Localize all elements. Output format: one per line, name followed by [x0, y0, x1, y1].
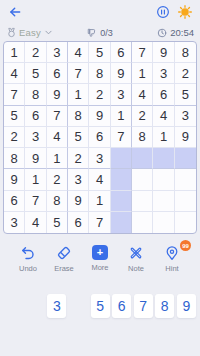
- plus-icon: +: [92, 245, 108, 260]
- sudoku-cell-r5c1[interactable]: 2: [4, 127, 25, 148]
- sudoku-cell-r4c4[interactable]: 8: [68, 106, 89, 127]
- sudoku-app-screen: 0/3 Easy 20:54 1234567984567891327891234…: [0, 0, 200, 356]
- chevron-down-icon: [44, 28, 53, 37]
- sudoku-cell-r4c5[interactable]: 9: [89, 106, 110, 127]
- sudoku-cell-r1c5[interactable]: 5: [89, 42, 110, 63]
- sudoku-cell-r6c6[interactable]: [111, 148, 132, 169]
- sudoku-cell-r2c8[interactable]: 3: [153, 63, 174, 84]
- sudoku-cell-r7c2[interactable]: 1: [25, 169, 46, 190]
- eraser-icon: [56, 245, 72, 261]
- sudoku-cell-r9c8[interactable]: [153, 212, 174, 233]
- numpad-digit-5[interactable]: 5: [91, 294, 110, 318]
- sudoku-cell-r3c6[interactable]: 3: [111, 84, 132, 105]
- note-button[interactable]: Note: [120, 243, 152, 275]
- sudoku-cell-r6c2[interactable]: 9: [25, 148, 46, 169]
- sudoku-cell-r7c6[interactable]: [111, 169, 132, 190]
- sudoku-cell-r1c4[interactable]: 4: [68, 42, 89, 63]
- sudoku-cell-r7c3[interactable]: 2: [47, 169, 68, 190]
- medal-icon: [6, 27, 17, 38]
- sudoku-cell-r4c2[interactable]: 6: [25, 106, 46, 127]
- sudoku-cell-r5c3[interactable]: 4: [47, 127, 68, 148]
- sudoku-cell-r1c8[interactable]: 9: [153, 42, 174, 63]
- sudoku-cell-r5c6[interactable]: 7: [111, 127, 132, 148]
- sudoku-cell-r3c7[interactable]: 4: [132, 84, 153, 105]
- sudoku-cell-r2c6[interactable]: 9: [111, 63, 132, 84]
- sudoku-cell-r4c8[interactable]: 4: [153, 106, 174, 127]
- numpad-slot-8: 8: [154, 293, 176, 319]
- sudoku-cell-r9c3[interactable]: 5: [47, 212, 68, 233]
- difficulty-selector[interactable]: Easy: [6, 24, 53, 41]
- sudoku-cell-r1c7[interactable]: 7: [132, 42, 153, 63]
- pause-button[interactable]: [156, 5, 170, 19]
- sudoku-cell-r4c3[interactable]: 7: [47, 106, 68, 127]
- numpad-slot-3: 3: [46, 293, 68, 319]
- top-nav-bar: [0, 0, 200, 24]
- numpad-slot-5: 5: [89, 293, 111, 319]
- sudoku-cell-r6c1[interactable]: 8: [4, 148, 25, 169]
- undo-button[interactable]: Undo: [12, 243, 44, 275]
- sudoku-cell-r8c6[interactable]: [111, 191, 132, 212]
- hint-button[interactable]: 99 Hint: [156, 243, 188, 275]
- sudoku-cell-r9c5[interactable]: 7: [89, 212, 110, 233]
- sudoku-cell-r6c8[interactable]: [153, 148, 174, 169]
- sudoku-cell-r8c9[interactable]: [175, 191, 196, 212]
- sudoku-cell-r9c2[interactable]: 4: [25, 212, 46, 233]
- sudoku-cell-r6c3[interactable]: 1: [47, 148, 68, 169]
- numpad-slot-9: 9: [176, 293, 198, 319]
- sudoku-cell-r8c5[interactable]: 1: [89, 191, 110, 212]
- sudoku-cell-r4c7[interactable]: 2: [132, 106, 153, 127]
- hint-count-badge: 99: [180, 240, 191, 251]
- numpad: 356789: [3, 293, 197, 319]
- sudoku-cell-r2c7[interactable]: 1: [132, 63, 153, 84]
- sudoku-cell-r4c6[interactable]: 1: [111, 106, 132, 127]
- hint-label: Hint: [165, 264, 178, 273]
- sudoku-cell-r3c1[interactable]: 7: [4, 84, 25, 105]
- sudoku-cell-r1c9[interactable]: 8: [175, 42, 196, 63]
- sudoku-cell-r1c2[interactable]: 2: [25, 42, 46, 63]
- sudoku-cell-r3c9[interactable]: 5: [175, 84, 196, 105]
- crossed-pencils-icon: [128, 245, 144, 261]
- numpad-digit-7[interactable]: 7: [134, 294, 153, 318]
- sudoku-cell-r3c5[interactable]: 2: [89, 84, 110, 105]
- sudoku-cell-r8c1[interactable]: 6: [4, 191, 25, 212]
- sudoku-cell-r5c7[interactable]: 8: [132, 127, 153, 148]
- sudoku-cell-r7c8[interactable]: [153, 169, 174, 190]
- info-bar: 0/3 Easy 20:54: [0, 24, 200, 41]
- sudoku-cell-r9c7[interactable]: [132, 212, 153, 233]
- sudoku-cell-r6c5[interactable]: 3: [89, 148, 110, 169]
- sudoku-cell-r5c8[interactable]: 1: [153, 127, 174, 148]
- sudoku-cell-r3c4[interactable]: 1: [68, 84, 89, 105]
- sudoku-cell-r9c1[interactable]: 3: [4, 212, 25, 233]
- numpad-slot-2: [25, 293, 47, 319]
- sudoku-cell-r2c1[interactable]: 4: [4, 63, 25, 84]
- sudoku-cell-r1c6[interactable]: 6: [111, 42, 132, 63]
- clock-icon: [157, 28, 167, 38]
- back-arrow-icon: [8, 5, 22, 19]
- erase-button[interactable]: Erase: [48, 243, 80, 275]
- toolbar: Undo Erase + More Note 99 Hi: [0, 243, 200, 275]
- sudoku-cell-r6c4[interactable]: 2: [68, 148, 89, 169]
- sudoku-cell-r5c9[interactable]: 9: [175, 127, 196, 148]
- sudoku-cell-r7c1[interactable]: 9: [4, 169, 25, 190]
- sudoku-cell-r7c9[interactable]: [175, 169, 196, 190]
- sudoku-cell-r8c3[interactable]: 8: [47, 191, 68, 212]
- sudoku-cell-r2c3[interactable]: 6: [47, 63, 68, 84]
- sudoku-cell-r6c7[interactable]: [132, 148, 153, 169]
- sudoku-cell-r9c6[interactable]: [111, 212, 132, 233]
- more-button[interactable]: + More: [84, 243, 116, 275]
- sudoku-cell-r8c4[interactable]: 9: [68, 191, 89, 212]
- brightness-toggle[interactable]: [177, 4, 193, 20]
- sudoku-cell-r9c9[interactable]: [175, 212, 196, 233]
- undo-label: Undo: [19, 264, 37, 273]
- numpad-digit-8[interactable]: 8: [155, 294, 174, 318]
- game-timer: 20:54: [157, 24, 194, 41]
- numpad-digit-9[interactable]: 9: [177, 294, 196, 318]
- sudoku-cell-r2c2[interactable]: 5: [25, 63, 46, 84]
- sudoku-cell-r4c9[interactable]: 3: [175, 106, 196, 127]
- hint-pin-icon: [164, 245, 180, 261]
- sudoku-cell-r1c1[interactable]: 1: [4, 42, 25, 63]
- difficulty-label: Easy: [19, 27, 41, 38]
- sun-icon: [177, 4, 193, 20]
- sudoku-cell-r8c8[interactable]: [153, 191, 174, 212]
- sudoku-cell-r6c9[interactable]: [175, 148, 196, 169]
- undo-icon: [20, 245, 36, 261]
- numpad-digit-6[interactable]: 6: [112, 294, 131, 318]
- more-label: More: [91, 263, 108, 272]
- back-button[interactable]: [8, 5, 22, 19]
- sudoku-cell-r5c5[interactable]: 6: [89, 127, 110, 148]
- sudoku-cell-r7c7[interactable]: [132, 169, 153, 190]
- erase-label: Erase: [54, 264, 74, 273]
- sudoku-cell-r1c3[interactable]: 3: [47, 42, 68, 63]
- sudoku-cell-r3c8[interactable]: 6: [153, 84, 174, 105]
- numpad-slot-7: 7: [132, 293, 154, 319]
- numpad-slot-1: [3, 293, 25, 319]
- timer-value: 20:54: [170, 27, 194, 38]
- sudoku-cell-r5c2[interactable]: 3: [25, 127, 46, 148]
- sudoku-cell-r8c7[interactable]: [132, 191, 153, 212]
- sudoku-cell-r8c2[interactable]: 7: [25, 191, 46, 212]
- note-label: Note: [128, 264, 144, 273]
- thumbs-down-icon: [87, 28, 97, 38]
- pause-icon: [156, 5, 170, 19]
- numpad-slot-6: 6: [111, 293, 133, 319]
- numpad-digit-3[interactable]: 3: [47, 294, 66, 318]
- sudoku-cell-r4c1[interactable]: 5: [4, 106, 25, 127]
- numpad-slot-4: [68, 293, 90, 319]
- sudoku-cell-r7c4[interactable]: 3: [68, 169, 89, 190]
- sudoku-cell-r9c4[interactable]: 6: [68, 212, 89, 233]
- sudoku-cell-r3c2[interactable]: 8: [25, 84, 46, 105]
- sudoku-cell-r3c3[interactable]: 9: [47, 84, 68, 105]
- sudoku-cell-r7c5[interactable]: 4: [89, 169, 110, 190]
- sudoku-cell-r5c4[interactable]: 5: [68, 127, 89, 148]
- sudoku-cell-r2c5[interactable]: 8: [89, 63, 110, 84]
- sudoku-board: 1234567984567891327891234655678912432345…: [3, 41, 197, 234]
- sudoku-cell-r2c9[interactable]: 2: [175, 63, 196, 84]
- sudoku-cell-r2c4[interactable]: 7: [68, 63, 89, 84]
- mistakes-value: 0/3: [100, 28, 113, 38]
